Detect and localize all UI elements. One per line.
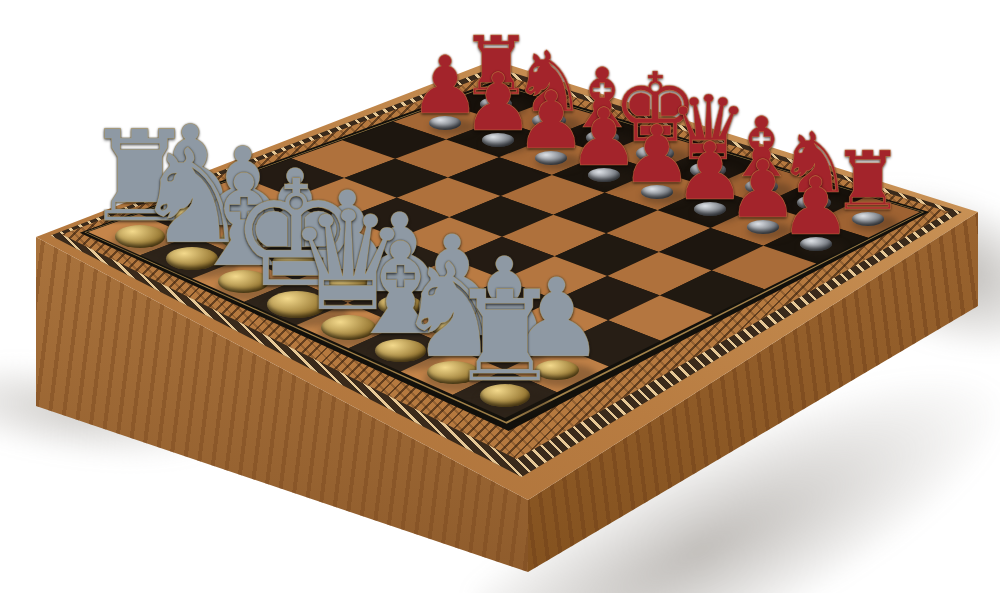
chess-set-photo-scene: ♜♞♟♝♟♚♟♛♟♝♟♞♟♟♜♟♜♟♟♞♟♝♟♚♟♟♛♟♝♟♞♜ xyxy=(0,0,1000,593)
rook-glyph: ♜ xyxy=(449,274,561,399)
pawn-glyph: ♟ xyxy=(780,167,852,247)
